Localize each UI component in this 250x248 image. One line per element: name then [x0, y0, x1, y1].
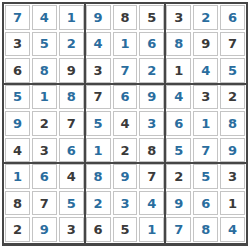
cell-r3c5[interactable]: 7 — [113, 58, 138, 83]
cell-r3c2[interactable]: 8 — [32, 58, 57, 83]
cell-r8c3[interactable]: 5 — [59, 191, 84, 216]
cell-r4c7[interactable]: 4 — [166, 85, 191, 110]
sudoku-board: 7419853263524168976893721455187694329275… — [2, 2, 248, 246]
cell-r2c6[interactable]: 6 — [139, 32, 164, 57]
cell-r7c6[interactable]: 7 — [139, 164, 164, 189]
cell-r6c4[interactable]: 1 — [86, 138, 111, 163]
cell-r7c3[interactable]: 4 — [59, 164, 84, 189]
cell-r5c7[interactable]: 6 — [166, 111, 191, 136]
cell-r6c3[interactable]: 6 — [59, 138, 84, 163]
cell-r9c7[interactable]: 7 — [166, 217, 191, 242]
cell-r9c6[interactable]: 1 — [139, 217, 164, 242]
cell-r4c6[interactable]: 9 — [139, 85, 164, 110]
cell-r1c4[interactable]: 9 — [86, 5, 111, 30]
cell-r5c6[interactable]: 3 — [139, 111, 164, 136]
cell-r3c6[interactable]: 2 — [139, 58, 164, 83]
cell-r7c5[interactable]: 9 — [113, 164, 138, 189]
cell-r1c5[interactable]: 8 — [113, 5, 138, 30]
cell-r5c1[interactable]: 9 — [5, 111, 30, 136]
cell-r3c1[interactable]: 6 — [5, 58, 30, 83]
cell-r9c2[interactable]: 9 — [32, 217, 57, 242]
cell-r2c9[interactable]: 7 — [220, 32, 245, 57]
cell-r9c1[interactable]: 2 — [5, 217, 30, 242]
cell-r4c3[interactable]: 8 — [59, 85, 84, 110]
cell-r7c7[interactable]: 2 — [166, 164, 191, 189]
cell-r2c3[interactable]: 2 — [59, 32, 84, 57]
cell-r8c5[interactable]: 3 — [113, 191, 138, 216]
cell-r3c3[interactable]: 9 — [59, 58, 84, 83]
cell-r9c4[interactable]: 6 — [86, 217, 111, 242]
cell-r8c2[interactable]: 7 — [32, 191, 57, 216]
cell-r3c4[interactable]: 3 — [86, 58, 111, 83]
cell-r7c4[interactable]: 8 — [86, 164, 111, 189]
cell-r3c7[interactable]: 1 — [166, 58, 191, 83]
cell-r2c1[interactable]: 3 — [5, 32, 30, 57]
cell-r8c4[interactable]: 2 — [86, 191, 111, 216]
cell-r5c8[interactable]: 1 — [193, 111, 218, 136]
cell-r8c9[interactable]: 1 — [220, 191, 245, 216]
cell-r4c8[interactable]: 3 — [193, 85, 218, 110]
cell-r9c3[interactable]: 3 — [59, 217, 84, 242]
cell-r6c9[interactable]: 9 — [220, 138, 245, 163]
cell-r5c4[interactable]: 5 — [86, 111, 111, 136]
cell-r4c9[interactable]: 2 — [220, 85, 245, 110]
cell-r9c8[interactable]: 8 — [193, 217, 218, 242]
cell-r1c9[interactable]: 6 — [220, 5, 245, 30]
cell-r9c5[interactable]: 5 — [113, 217, 138, 242]
cell-r8c1[interactable]: 8 — [5, 191, 30, 216]
cell-r9c9[interactable]: 4 — [220, 217, 245, 242]
cell-r5c5[interactable]: 4 — [113, 111, 138, 136]
cell-r7c8[interactable]: 5 — [193, 164, 218, 189]
cell-r6c1[interactable]: 4 — [5, 138, 30, 163]
cell-r1c8[interactable]: 2 — [193, 5, 218, 30]
cell-r1c3[interactable]: 1 — [59, 5, 84, 30]
cell-r4c2[interactable]: 1 — [32, 85, 57, 110]
cell-r1c2[interactable]: 4 — [32, 5, 57, 30]
cell-r5c9[interactable]: 8 — [220, 111, 245, 136]
cell-r7c1[interactable]: 1 — [5, 164, 30, 189]
cell-r6c2[interactable]: 3 — [32, 138, 57, 163]
cell-r1c7[interactable]: 3 — [166, 5, 191, 30]
cell-r5c2[interactable]: 2 — [32, 111, 57, 136]
cell-r6c8[interactable]: 7 — [193, 138, 218, 163]
cell-r4c1[interactable]: 5 — [5, 85, 30, 110]
cell-r6c6[interactable]: 8 — [139, 138, 164, 163]
cell-r8c6[interactable]: 4 — [139, 191, 164, 216]
cell-r8c8[interactable]: 6 — [193, 191, 218, 216]
cell-r1c6[interactable]: 5 — [139, 5, 164, 30]
cell-r4c4[interactable]: 7 — [86, 85, 111, 110]
cell-r7c2[interactable]: 6 — [32, 164, 57, 189]
cell-r2c5[interactable]: 1 — [113, 32, 138, 57]
cell-r4c5[interactable]: 6 — [113, 85, 138, 110]
cell-r2c2[interactable]: 5 — [32, 32, 57, 57]
cell-r8c7[interactable]: 9 — [166, 191, 191, 216]
cell-r6c5[interactable]: 2 — [113, 138, 138, 163]
cell-r5c3[interactable]: 7 — [59, 111, 84, 136]
cell-r1c1[interactable]: 7 — [5, 5, 30, 30]
cell-r2c8[interactable]: 9 — [193, 32, 218, 57]
cell-r6c7[interactable]: 5 — [166, 138, 191, 163]
cell-r3c9[interactable]: 5 — [220, 58, 245, 83]
cell-r7c9[interactable]: 3 — [220, 164, 245, 189]
cell-r3c8[interactable]: 4 — [193, 58, 218, 83]
cell-r2c7[interactable]: 8 — [166, 32, 191, 57]
cell-r2c4[interactable]: 4 — [86, 32, 111, 57]
